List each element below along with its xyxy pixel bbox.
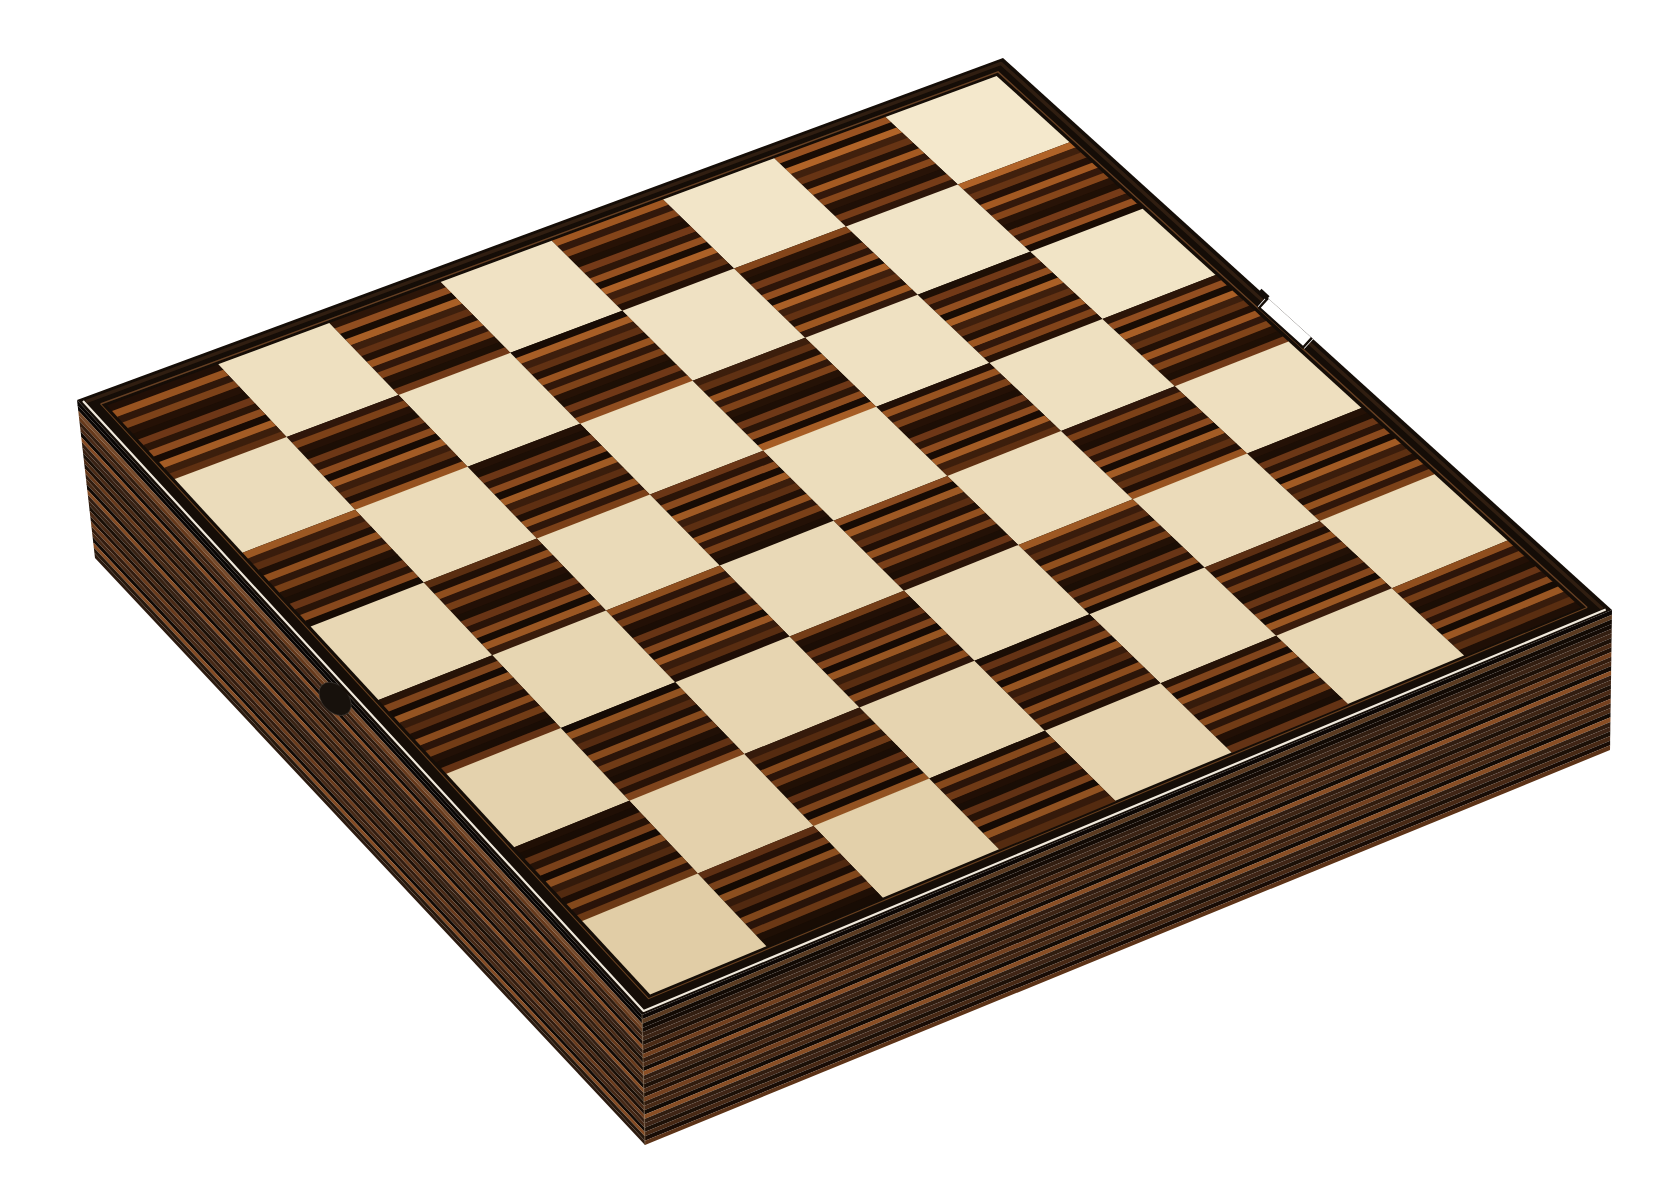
checker-squares (107, 76, 1581, 995)
product-photo: Empty wooden chess box (drawer case) wit… (0, 0, 1667, 1200)
chess-board-photo (0, 0, 1667, 1200)
board-top (77, 58, 1612, 1015)
